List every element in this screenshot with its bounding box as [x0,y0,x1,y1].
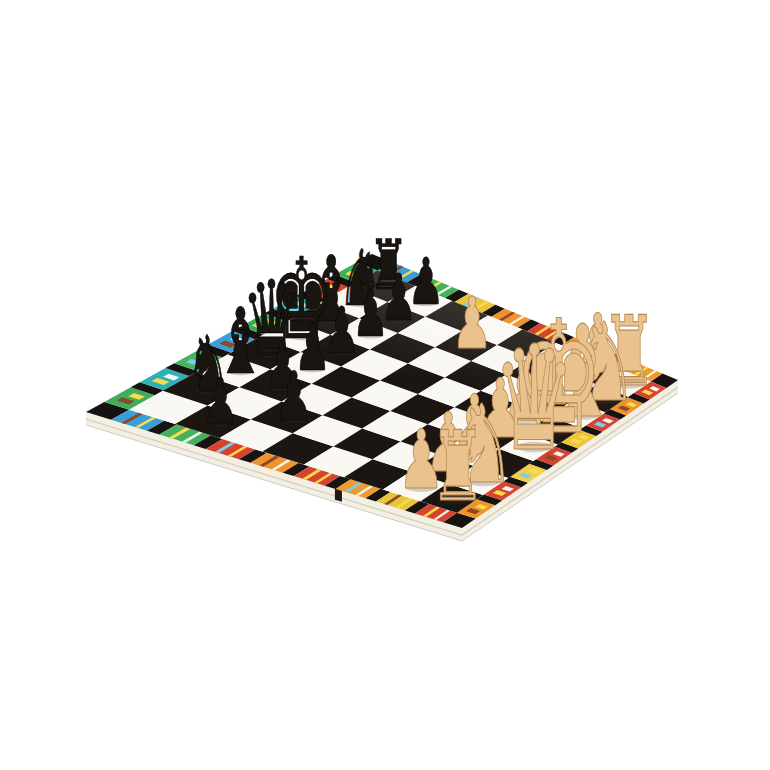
piece-white-rook-a1: ♜ [430,411,486,523]
piece-white-pawn-g5: ♟ [452,281,493,364]
chessboard-photo-svg: ♜♟♞♟♝♟♚♟♟♛♟♟♝♜♟♞♞♟♝♟♟♟♚♟♛♟♟♞♟♜ [0,0,770,770]
piece-black-pawn-b6: ♟ [274,356,313,435]
piece-black-pawn-a7: ♟ [202,364,239,439]
chess-product-photo: ♜♟♞♟♝♟♚♟♟♛♟♟♝♜♟♞♞♟♝♟♟♟♚♟♛♟♟♞♟♜ [0,0,770,770]
